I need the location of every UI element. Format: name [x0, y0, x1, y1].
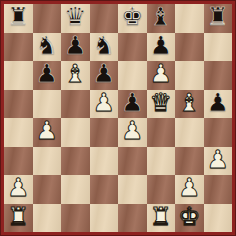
square-c5[interactable] — [61, 90, 90, 119]
square-d3[interactable] — [90, 147, 119, 176]
white-queen-f5: ♛ — [150, 90, 172, 118]
square-h1[interactable] — [204, 204, 233, 233]
square-a5[interactable] — [4, 90, 33, 119]
square-a8[interactable]: ♜ — [4, 4, 33, 33]
square-a1[interactable]: ♜ — [4, 204, 33, 233]
black-rook-h8: ♜ — [207, 4, 229, 32]
square-d2[interactable] — [90, 175, 119, 204]
black-pawn-h5: ♟ — [207, 90, 229, 118]
black-pawn-c7: ♟ — [64, 33, 86, 61]
square-h3[interactable]: ♟ — [204, 147, 233, 176]
square-g5[interactable]: ♝ — [175, 90, 204, 119]
white-pawn-h3: ♟ — [207, 147, 229, 175]
square-a2[interactable]: ♟ — [4, 175, 33, 204]
square-h7[interactable] — [204, 33, 233, 62]
chess-board: ♜♛♚♝♜♞♟♞♟♟♝♟♟♟♟♛♝♟♟♟♟♟♟♜♜♚ — [4, 4, 232, 232]
square-f5[interactable]: ♛ — [147, 90, 176, 119]
square-e5[interactable]: ♟ — [118, 90, 147, 119]
square-e3[interactable] — [118, 147, 147, 176]
square-c4[interactable] — [61, 118, 90, 147]
square-b1[interactable] — [33, 204, 62, 233]
square-a6[interactable] — [4, 61, 33, 90]
square-h8[interactable]: ♜ — [204, 4, 233, 33]
square-a4[interactable] — [4, 118, 33, 147]
square-a7[interactable] — [4, 33, 33, 62]
white-bishop-g5: ♝ — [178, 90, 200, 118]
square-f3[interactable] — [147, 147, 176, 176]
square-g2[interactable]: ♟ — [175, 175, 204, 204]
square-b7[interactable]: ♞ — [33, 33, 62, 62]
white-bishop-c6: ♝ — [64, 61, 86, 89]
square-d6[interactable]: ♟ — [90, 61, 119, 90]
square-e7[interactable] — [118, 33, 147, 62]
square-f2[interactable] — [147, 175, 176, 204]
square-e8[interactable]: ♚ — [118, 4, 147, 33]
square-f8[interactable]: ♝ — [147, 4, 176, 33]
white-pawn-a2: ♟ — [7, 175, 29, 203]
square-g1[interactable]: ♚ — [175, 204, 204, 233]
square-f6[interactable]: ♟ — [147, 61, 176, 90]
board-frame: ♜♛♚♝♜♞♟♞♟♟♝♟♟♟♟♛♝♟♟♟♟♟♟♜♜♚ — [0, 0, 236, 236]
square-b8[interactable] — [33, 4, 62, 33]
square-h2[interactable] — [204, 175, 233, 204]
white-king-g1: ♚ — [178, 204, 200, 232]
black-rook-a8: ♜ — [7, 4, 29, 32]
black-pawn-b6: ♟ — [36, 61, 58, 89]
square-d7[interactable]: ♞ — [90, 33, 119, 62]
square-g3[interactable] — [175, 147, 204, 176]
square-f7[interactable]: ♟ — [147, 33, 176, 62]
square-e4[interactable]: ♟ — [118, 118, 147, 147]
square-d4[interactable] — [90, 118, 119, 147]
square-c8[interactable]: ♛ — [61, 4, 90, 33]
square-h5[interactable]: ♟ — [204, 90, 233, 119]
square-g7[interactable] — [175, 33, 204, 62]
square-h4[interactable] — [204, 118, 233, 147]
square-c3[interactable] — [61, 147, 90, 176]
square-c2[interactable] — [61, 175, 90, 204]
white-pawn-b4: ♟ — [36, 118, 58, 146]
square-d5[interactable]: ♟ — [90, 90, 119, 119]
square-b2[interactable] — [33, 175, 62, 204]
black-king-e8: ♚ — [121, 4, 143, 32]
square-e6[interactable] — [118, 61, 147, 90]
square-g8[interactable] — [175, 4, 204, 33]
square-b5[interactable] — [33, 90, 62, 119]
white-rook-f1: ♜ — [150, 204, 172, 232]
square-f1[interactable]: ♜ — [147, 204, 176, 233]
black-pawn-f7: ♟ — [150, 33, 172, 61]
black-bishop-f8: ♝ — [150, 4, 172, 32]
white-rook-a1: ♜ — [7, 204, 29, 232]
white-pawn-e4: ♟ — [121, 118, 143, 146]
white-pawn-f6: ♟ — [150, 61, 172, 89]
square-c6[interactable]: ♝ — [61, 61, 90, 90]
black-knight-b7: ♞ — [36, 33, 58, 61]
square-d1[interactable] — [90, 204, 119, 233]
square-e2[interactable] — [118, 175, 147, 204]
square-c7[interactable]: ♟ — [61, 33, 90, 62]
square-h6[interactable] — [204, 61, 233, 90]
square-a3[interactable] — [4, 147, 33, 176]
square-g4[interactable] — [175, 118, 204, 147]
black-queen-c8: ♛ — [64, 4, 86, 32]
square-b3[interactable] — [33, 147, 62, 176]
square-g6[interactable] — [175, 61, 204, 90]
white-pawn-d5: ♟ — [93, 90, 115, 118]
square-b4[interactable]: ♟ — [33, 118, 62, 147]
white-pawn-g2: ♟ — [178, 175, 200, 203]
black-knight-d7: ♞ — [93, 33, 115, 61]
black-pawn-d6: ♟ — [93, 61, 115, 89]
square-e1[interactable] — [118, 204, 147, 233]
square-f4[interactable] — [147, 118, 176, 147]
square-c1[interactable] — [61, 204, 90, 233]
square-d8[interactable] — [90, 4, 119, 33]
square-b6[interactable]: ♟ — [33, 61, 62, 90]
black-pawn-e5: ♟ — [121, 90, 143, 118]
